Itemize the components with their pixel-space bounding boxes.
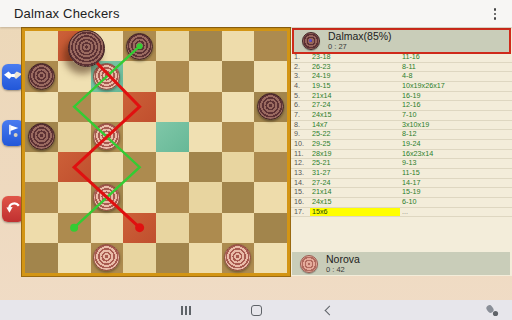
move-cell: 11-15 [402, 169, 420, 177]
move-cell: 21x14 [312, 188, 332, 196]
move-cell: 1. [294, 53, 300, 61]
player-bottom-clock: 0 : 42 [326, 265, 360, 274]
move-cell: 16. [294, 198, 304, 206]
move-cell: 24x15 [312, 198, 332, 206]
move-cell: 3x10x19 [402, 121, 429, 129]
move-cell: 29-25 [312, 140, 330, 148]
move-cell: 2. [294, 63, 300, 71]
move-cell: 11. [294, 150, 303, 158]
move-cell: 24-19 [312, 72, 330, 80]
move-cell: 19-15 [312, 82, 330, 90]
resign-button[interactable] [2, 120, 24, 146]
move-cell: 8-11 [402, 63, 416, 71]
move-cell: 7-10 [402, 111, 416, 119]
move-cell: 5. [294, 92, 300, 100]
move-cell: 8-12 [402, 130, 416, 138]
move-cell: 10. [294, 140, 304, 148]
player-bottom-panel: Norova 0 : 42 [292, 252, 510, 275]
move-cell: 15x6 [312, 208, 328, 216]
light-piece-r1c2[interactable] [93, 63, 120, 90]
draw-offer-button[interactable] [2, 64, 24, 90]
move-cell: ... [402, 208, 408, 216]
dark-piece-r3c0[interactable] [28, 123, 55, 150]
move-row[interactable]: 17.15x6... [291, 208, 512, 218]
android-nav-bar [0, 300, 512, 320]
light-checker-icon [300, 255, 318, 273]
move-cell: 9-13 [402, 159, 416, 167]
move-cell: 26-23 [312, 63, 330, 71]
dark-piece-r1c0[interactable] [28, 63, 55, 90]
dark-piece-r0c3[interactable] [126, 33, 153, 60]
move-cell: 15. [294, 188, 304, 196]
move-cell: 8. [294, 121, 300, 129]
move-cell: 25-21 [312, 159, 330, 167]
move-cell: 31-27 [312, 169, 330, 177]
move-cell: 16x23x14 [402, 150, 433, 158]
move-cell: 21x14 [312, 92, 332, 100]
screen: Dalmax Checkers [0, 0, 512, 320]
move-cell: 12. [294, 159, 304, 167]
dark-checker-icon [302, 32, 320, 50]
dark-piece-r0c1[interactable] [68, 30, 105, 67]
move-cell: 7. [294, 111, 300, 119]
pieces-layer [25, 31, 287, 273]
app-bar: Dalmax Checkers [0, 0, 512, 27]
handshake-icon [4, 68, 22, 86]
light-piece-r3c2[interactable] [93, 123, 120, 150]
mouse-pointer-icon[interactable] [480, 300, 504, 320]
move-cell: 6. [294, 101, 300, 109]
move-list-panel: Dalmax(85%) 0 : 27 1.23-1811-162.26-238-… [291, 27, 512, 276]
app-title: Dalmax Checkers [14, 6, 120, 21]
home-icon[interactable] [246, 300, 266, 320]
move-cell: 15-19 [402, 188, 420, 196]
move-cell: 14x7 [312, 121, 328, 129]
move-cell: 10x19x26x17 [402, 82, 445, 90]
move-cell: 28x19 [312, 150, 332, 158]
checkers-board [22, 28, 290, 276]
move-cell: 27-24 [312, 101, 330, 109]
move-cell: 11-16 [402, 53, 420, 61]
player-top-panel: Dalmax(85%) 0 : 27 [292, 28, 511, 54]
player-top-name: Dalmax(85%) [328, 31, 392, 42]
recents-icon[interactable] [176, 300, 196, 320]
move-cell: 19-24 [402, 140, 420, 148]
move-cell: 9. [294, 130, 300, 138]
move-cell: 13. [294, 169, 304, 177]
move-cell: 14. [294, 179, 304, 187]
move-cell: 6-10 [402, 198, 416, 206]
light-piece-r7c6[interactable] [224, 244, 251, 271]
back-icon[interactable] [318, 300, 338, 320]
undo-button[interactable] [2, 196, 24, 222]
move-cell: 3. [294, 72, 300, 80]
move-list: 1.23-1811-162.26-238-113.24-194-84.19-15… [291, 53, 512, 217]
move-cell: 4-8 [402, 72, 412, 80]
move-cell: 12-16 [402, 101, 420, 109]
move-cell: 17. [294, 208, 304, 216]
white-flag-icon [5, 123, 21, 143]
player-bottom-name: Norova [326, 254, 360, 265]
move-cell: 16-19 [402, 92, 420, 100]
move-cell: 23-18 [312, 53, 330, 61]
dark-piece-r2c7[interactable] [257, 93, 284, 120]
move-cell: 4. [294, 82, 300, 90]
move-cell: 27-24 [312, 179, 330, 187]
move-cell: 14-17 [402, 179, 420, 187]
move-cell: 24x15 [312, 111, 332, 119]
overflow-menu-icon[interactable] [489, 5, 501, 23]
undo-arrow-icon [5, 199, 22, 219]
light-piece-r5c2[interactable] [93, 184, 120, 211]
move-cell: 25-22 [312, 130, 330, 138]
player-top-clock: 0 : 27 [328, 42, 392, 51]
light-piece-r7c2[interactable] [93, 244, 120, 271]
